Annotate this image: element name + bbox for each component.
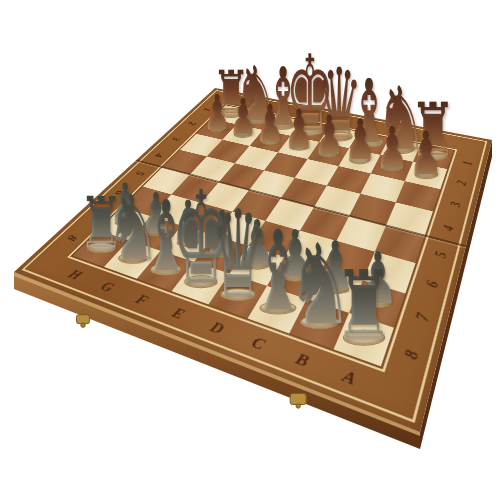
product-photo-backdrop: HGFEDCBA1234567812345678 ♜♞♝♟♚♟♛♟♝♟♞♟♜♟♟… (0, 0, 500, 500)
brass-latch-icon (77, 315, 90, 328)
brass-latch-icon (290, 394, 306, 409)
